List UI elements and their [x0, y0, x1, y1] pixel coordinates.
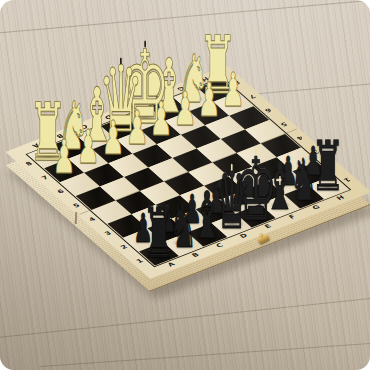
piece-white-pawn-f7[interactable]: ♟: [174, 85, 197, 132]
black-finial: [120, 57, 122, 64]
piece-white-pawn-c7[interactable]: ♟: [101, 114, 124, 161]
piece-white-pawn-h7[interactable]: ♟: [222, 66, 245, 113]
piece-white-pawn-e7[interactable]: ♟: [149, 95, 172, 142]
pieces-layer: ♜♞♝♛♚♝♞♜♟♟♟♟♟♟♟♟♟♟♟♟♟♟♟♟♜♞♝♛♚♝♞♜: [0, 0, 370, 370]
piece-white-pawn-d7[interactable]: ♟: [125, 104, 148, 151]
piece-white-pawn-a7[interactable]: ♟: [53, 133, 76, 180]
black-finial: [144, 40, 146, 47]
piece-black-rook-a1[interactable]: ♜: [142, 199, 176, 268]
cream-finial: [231, 164, 233, 171]
cream-finial: [255, 147, 257, 154]
piece-white-pawn-g7[interactable]: ♟: [198, 76, 221, 123]
photo-stage: AABBCCDDEEFFGGHH1122334455667788 ♜♞♝♛♚♝♞…: [0, 0, 370, 370]
piece-white-pawn-b7[interactable]: ♟: [77, 123, 100, 170]
